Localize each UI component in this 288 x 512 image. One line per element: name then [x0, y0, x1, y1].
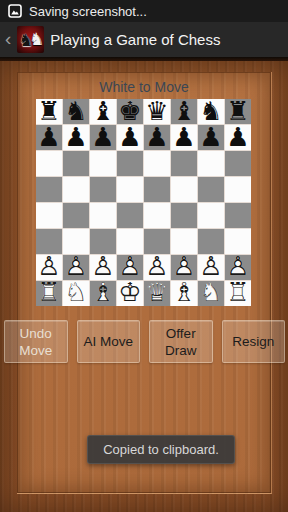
black-pawn: ♟: [63, 125, 89, 150]
board-square-r3c7[interactable]: [198, 151, 224, 176]
undo-move-button[interactable]: Undo Move: [4, 320, 68, 363]
board-square-r7c6[interactable]: ♟♙: [171, 255, 197, 280]
board-square-r4c1[interactable]: [36, 177, 62, 202]
board-square-r2c2[interactable]: ♟: [63, 125, 89, 150]
board-square-r8c2[interactable]: ♞♘: [63, 281, 89, 306]
black-pawn: ♟: [144, 125, 170, 150]
board-square-r1c4[interactable]: ♚: [117, 99, 143, 124]
white-knight-icon: ♞: [29, 31, 44, 48]
white-pawn: ♟♙: [144, 255, 170, 280]
board-square-r5c5[interactable]: [144, 203, 170, 228]
board-square-r3c3[interactable]: [90, 151, 116, 176]
board-square-r8c4[interactable]: ♚♔: [117, 281, 143, 306]
board-square-r8c5[interactable]: ♛♕: [144, 281, 170, 306]
black-king: ♚: [117, 99, 143, 124]
black-rook: ♜: [225, 99, 251, 124]
black-queen: ♛: [144, 99, 170, 124]
board-square-r6c1[interactable]: [36, 229, 62, 254]
white-rook: ♜♖: [225, 281, 251, 306]
status-bar-text: Saving screenshot...: [29, 4, 147, 19]
black-pawn: ♟: [198, 125, 224, 150]
board-square-r2c4[interactable]: ♟: [117, 125, 143, 150]
board-square-r3c6[interactable]: [171, 151, 197, 176]
board-square-r3c4[interactable]: [117, 151, 143, 176]
board-square-r5c1[interactable]: [36, 203, 62, 228]
board-square-r2c3[interactable]: ♟: [90, 125, 116, 150]
board-square-r1c3[interactable]: ♝: [90, 99, 116, 124]
board-square-r1c5[interactable]: ♛: [144, 99, 170, 124]
board-square-r1c6[interactable]: ♝: [171, 99, 197, 124]
black-rook: ♜: [36, 99, 62, 124]
board-square-r3c8[interactable]: [225, 151, 251, 176]
board-square-r5c3[interactable]: [90, 203, 116, 228]
black-knight: ♞: [198, 99, 224, 124]
board-square-r4c8[interactable]: [225, 177, 251, 202]
action-buttons-row: Undo Move AI Move Offer Draw Resign: [4, 320, 285, 363]
white-queen: ♛♕: [144, 281, 170, 306]
board-square-r1c1[interactable]: ♜: [36, 99, 62, 124]
board-square-r5c6[interactable]: [171, 203, 197, 228]
board-square-r2c6[interactable]: ♟: [171, 125, 197, 150]
black-pawn: ♟: [36, 125, 62, 150]
board-square-r6c3[interactable]: [90, 229, 116, 254]
back-chevron-icon[interactable]: ‹: [5, 29, 11, 48]
black-pawn: ♟: [171, 125, 197, 150]
board-square-r4c5[interactable]: [144, 177, 170, 202]
toast-message: Copied to clipboard.: [87, 435, 235, 464]
board-square-r4c7[interactable]: [198, 177, 224, 202]
board-square-r2c5[interactable]: ♟: [144, 125, 170, 150]
board-square-r7c5[interactable]: ♟♙: [144, 255, 170, 280]
white-knight: ♞♘: [198, 281, 224, 306]
board-square-r8c8[interactable]: ♜♖: [225, 281, 251, 306]
black-pawn: ♟: [117, 125, 143, 150]
board-square-r5c2[interactable]: [63, 203, 89, 228]
board-square-r3c5[interactable]: [144, 151, 170, 176]
board-square-r4c4[interactable]: [117, 177, 143, 202]
board-square-r7c2[interactable]: ♟♙: [63, 255, 89, 280]
white-pawn: ♟♙: [171, 255, 197, 280]
board-square-r6c5[interactable]: [144, 229, 170, 254]
app-knights-icon[interactable]: ♞ ♞: [17, 26, 44, 53]
white-rook: ♜♖: [36, 281, 62, 306]
black-pawn: ♟: [90, 125, 116, 150]
chess-board: ♜♞♝♚♛♝♞♜♟♟♟♟♟♟♟♟♟♙♟♙♟♙♟♙♟♙♟♙♟♙♟♙♜♖♞♘♝♗♚♔…: [36, 99, 251, 306]
board-square-r1c2[interactable]: ♞: [63, 99, 89, 124]
board-square-r6c4[interactable]: [117, 229, 143, 254]
black-pawn: ♟: [225, 125, 251, 150]
board-square-r8c6[interactable]: ♝♗: [171, 281, 197, 306]
turn-indicator: White to Move: [0, 79, 288, 95]
app-screen: Saving screenshot... ‹ ♞ ♞ Playing a Gam…: [0, 0, 288, 512]
board-square-r4c3[interactable]: [90, 177, 116, 202]
board-square-r6c7[interactable]: [198, 229, 224, 254]
screenshot-icon: [8, 4, 22, 18]
white-pawn: ♟♙: [90, 255, 116, 280]
board-square-r2c1[interactable]: ♟: [36, 125, 62, 150]
white-pawn: ♟♙: [198, 255, 224, 280]
action-bar: ‹ ♞ ♞ Playing a Game of Chess: [0, 22, 288, 57]
status-bar: Saving screenshot...: [0, 0, 288, 22]
white-bishop: ♝♗: [90, 281, 116, 306]
board-square-r3c2[interactable]: [63, 151, 89, 176]
board-square-r4c2[interactable]: [63, 177, 89, 202]
offer-draw-button[interactable]: Offer Draw: [149, 320, 213, 363]
board-square-r7c3[interactable]: ♟♙: [90, 255, 116, 280]
white-king: ♚♔: [117, 281, 143, 306]
board-square-r1c8[interactable]: ♜: [225, 99, 251, 124]
board-square-r6c2[interactable]: [63, 229, 89, 254]
resign-button[interactable]: Resign: [222, 320, 286, 363]
board-square-r7c7[interactable]: ♟♙: [198, 255, 224, 280]
board-square-r4c6[interactable]: [171, 177, 197, 202]
ai-move-button[interactable]: AI Move: [77, 320, 141, 363]
black-knight: ♞: [63, 99, 89, 124]
black-bishop: ♝: [171, 99, 197, 124]
board-square-r7c1[interactable]: ♟♙: [36, 255, 62, 280]
board-square-r7c4[interactable]: ♟♙: [117, 255, 143, 280]
board-square-r2c8[interactable]: ♟: [225, 125, 251, 150]
white-pawn: ♟♙: [36, 255, 62, 280]
board-square-r3c1[interactable]: [36, 151, 62, 176]
white-pawn: ♟♙: [63, 255, 89, 280]
board-square-r8c1[interactable]: ♜♖: [36, 281, 62, 306]
board-square-r8c3[interactable]: ♝♗: [90, 281, 116, 306]
page-title: Playing a Game of Chess: [50, 31, 220, 48]
board-square-r6c8[interactable]: [225, 229, 251, 254]
white-bishop: ♝♗: [171, 281, 197, 306]
white-pawn: ♟♙: [225, 255, 251, 280]
board-square-r5c8[interactable]: [225, 203, 251, 228]
board-square-r2c7[interactable]: ♟: [198, 125, 224, 150]
board-square-r5c7[interactable]: [198, 203, 224, 228]
board-square-r6c6[interactable]: [171, 229, 197, 254]
white-pawn: ♟♙: [117, 255, 143, 280]
white-knight: ♞♘: [63, 281, 89, 306]
board-square-r7c8[interactable]: ♟♙: [225, 255, 251, 280]
board-square-r1c7[interactable]: ♞: [198, 99, 224, 124]
black-bishop: ♝: [90, 99, 116, 124]
board-square-r5c4[interactable]: [117, 203, 143, 228]
board-square-r8c7[interactable]: ♞♘: [198, 281, 224, 306]
